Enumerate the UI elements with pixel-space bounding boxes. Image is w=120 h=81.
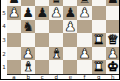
square-h5[interactable] bbox=[106, 6, 120, 20]
white-bishop-icon: ♝ bbox=[51, 47, 63, 61]
chess-board: ♟♛♜♟♟♟♟♟♟♟♞♟♜♛♟♝♟♟♝♜♚ bbox=[7, 0, 120, 75]
square-e1[interactable] bbox=[63, 60, 77, 74]
white-bishop-icon: ♝ bbox=[22, 60, 34, 74]
square-b5[interactable]: ♟ bbox=[21, 6, 35, 20]
square-h3[interactable]: ♛ bbox=[106, 33, 120, 47]
rank-label-5: 5 bbox=[1, 10, 7, 16]
white-pawn-icon: ♟ bbox=[8, 6, 20, 20]
white-pawn-icon: ♟ bbox=[79, 6, 91, 20]
rank-label-1: 1 bbox=[1, 64, 7, 70]
square-d5[interactable]: ♟ bbox=[49, 6, 63, 20]
black-pawn-icon: ♟ bbox=[22, 6, 34, 20]
square-c3[interactable] bbox=[35, 33, 49, 47]
square-c5[interactable]: ♟ bbox=[35, 6, 49, 20]
square-b4[interactable]: ♞ bbox=[21, 20, 35, 34]
square-g3[interactable]: ♜ bbox=[92, 33, 106, 47]
file-label-c: c bbox=[35, 75, 49, 81]
white-pawn-icon: ♟ bbox=[107, 47, 119, 61]
square-f3[interactable] bbox=[77, 33, 91, 47]
file-label-d: d bbox=[49, 75, 63, 81]
square-g2[interactable] bbox=[92, 47, 106, 61]
square-f1[interactable] bbox=[77, 60, 91, 74]
rank-label-3: 3 bbox=[1, 37, 7, 43]
square-g4[interactable] bbox=[92, 20, 106, 34]
square-e4[interactable]: ♟ bbox=[63, 20, 77, 34]
square-h1[interactable]: ♚ bbox=[106, 60, 120, 74]
black-pawn-icon: ♟ bbox=[65, 6, 77, 20]
white-king-icon: ♚ bbox=[107, 60, 119, 74]
white-pawn-icon: ♟ bbox=[51, 6, 63, 20]
file-label-e: e bbox=[63, 75, 77, 81]
white-rook-icon: ♜ bbox=[93, 33, 105, 47]
white-pawn-icon: ♟ bbox=[79, 47, 91, 61]
square-f2[interactable]: ♟ bbox=[77, 47, 91, 61]
square-d1[interactable] bbox=[49, 60, 63, 74]
white-queen-icon: ♛ bbox=[107, 33, 119, 47]
file-label-f: f bbox=[78, 75, 92, 81]
file-label-a: a bbox=[7, 75, 21, 81]
square-a5[interactable]: ♟ bbox=[7, 6, 21, 20]
square-d3[interactable] bbox=[49, 33, 63, 47]
square-g1[interactable]: ♜ bbox=[92, 60, 106, 74]
square-e5[interactable]: ♟ bbox=[63, 6, 77, 20]
square-b3[interactable] bbox=[21, 33, 35, 47]
square-a4[interactable] bbox=[7, 20, 21, 34]
white-pawn-icon: ♟ bbox=[22, 47, 34, 61]
square-h4[interactable] bbox=[106, 20, 120, 34]
square-f4[interactable] bbox=[77, 20, 91, 34]
square-b1[interactable]: ♝ bbox=[21, 60, 35, 74]
square-a1[interactable] bbox=[7, 60, 21, 74]
square-d4[interactable] bbox=[49, 20, 63, 34]
square-c1[interactable] bbox=[35, 60, 49, 74]
square-d2[interactable]: ♝ bbox=[49, 47, 63, 61]
rank-label-4: 4 bbox=[1, 23, 7, 29]
square-g5[interactable] bbox=[92, 6, 106, 20]
square-c4[interactable] bbox=[35, 20, 49, 34]
file-label-h: h bbox=[106, 75, 120, 81]
white-rook-icon: ♜ bbox=[93, 60, 105, 74]
square-c2[interactable] bbox=[35, 47, 49, 61]
square-a2[interactable] bbox=[7, 47, 21, 61]
square-h2[interactable]: ♟ bbox=[106, 47, 120, 61]
file-label-g: g bbox=[92, 75, 106, 81]
square-f5[interactable]: ♟ bbox=[77, 6, 91, 20]
square-e2[interactable] bbox=[63, 47, 77, 61]
chess-diagram: ♟♛♜♟♟♟♟♟♟♟♞♟♜♛♟♝♟♟♝♜♚ 54321 abcdefgh bbox=[0, 0, 120, 80]
square-a3[interactable] bbox=[7, 33, 21, 47]
black-pawn-icon: ♟ bbox=[36, 6, 48, 20]
black-knight-icon: ♞ bbox=[22, 20, 34, 34]
square-e3[interactable] bbox=[63, 33, 77, 47]
square-b2[interactable]: ♟ bbox=[21, 47, 35, 61]
white-pawn-icon: ♟ bbox=[65, 20, 77, 34]
board-grid: ♟♛♜♟♟♟♟♟♟♟♞♟♜♛♟♝♟♟♝♜♚ bbox=[7, 0, 120, 74]
rank-label-2: 2 bbox=[1, 51, 7, 57]
file-label-b: b bbox=[21, 75, 35, 81]
